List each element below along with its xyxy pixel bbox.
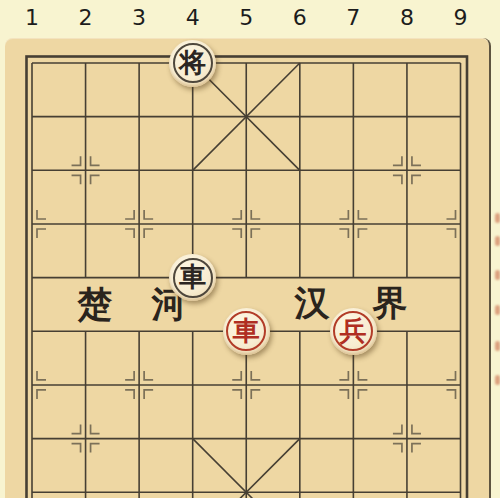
piece-red-soldier[interactable]: 兵 xyxy=(330,308,377,355)
cropped-red-mark xyxy=(495,375,500,385)
cropped-red-mark xyxy=(495,305,500,315)
river-char-jie: 界 xyxy=(373,280,408,327)
cropped-red-mark xyxy=(495,341,500,351)
river-char-chu: 楚 xyxy=(78,281,113,328)
piece-red-chariot[interactable]: 車 xyxy=(223,308,270,355)
cropped-red-mark xyxy=(495,236,500,246)
cropped-red-mark xyxy=(495,213,500,223)
piece-character: 車 xyxy=(179,263,206,290)
piece-character: 車 xyxy=(233,317,260,344)
cropped-red-mark xyxy=(495,270,500,280)
piece-black-general[interactable]: 将 xyxy=(169,40,216,87)
piece-black-chariot[interactable]: 車 xyxy=(169,254,216,301)
river-char-han: 汉 xyxy=(295,280,330,327)
piece-character: 将 xyxy=(179,49,206,76)
piece-character: 兵 xyxy=(340,317,367,344)
right-edge-cropped-panel xyxy=(491,0,500,498)
xiangqi-screen: 123456789 楚 河 汉 界 将車車兵 xyxy=(0,0,500,498)
board-grid-lines xyxy=(0,0,500,498)
